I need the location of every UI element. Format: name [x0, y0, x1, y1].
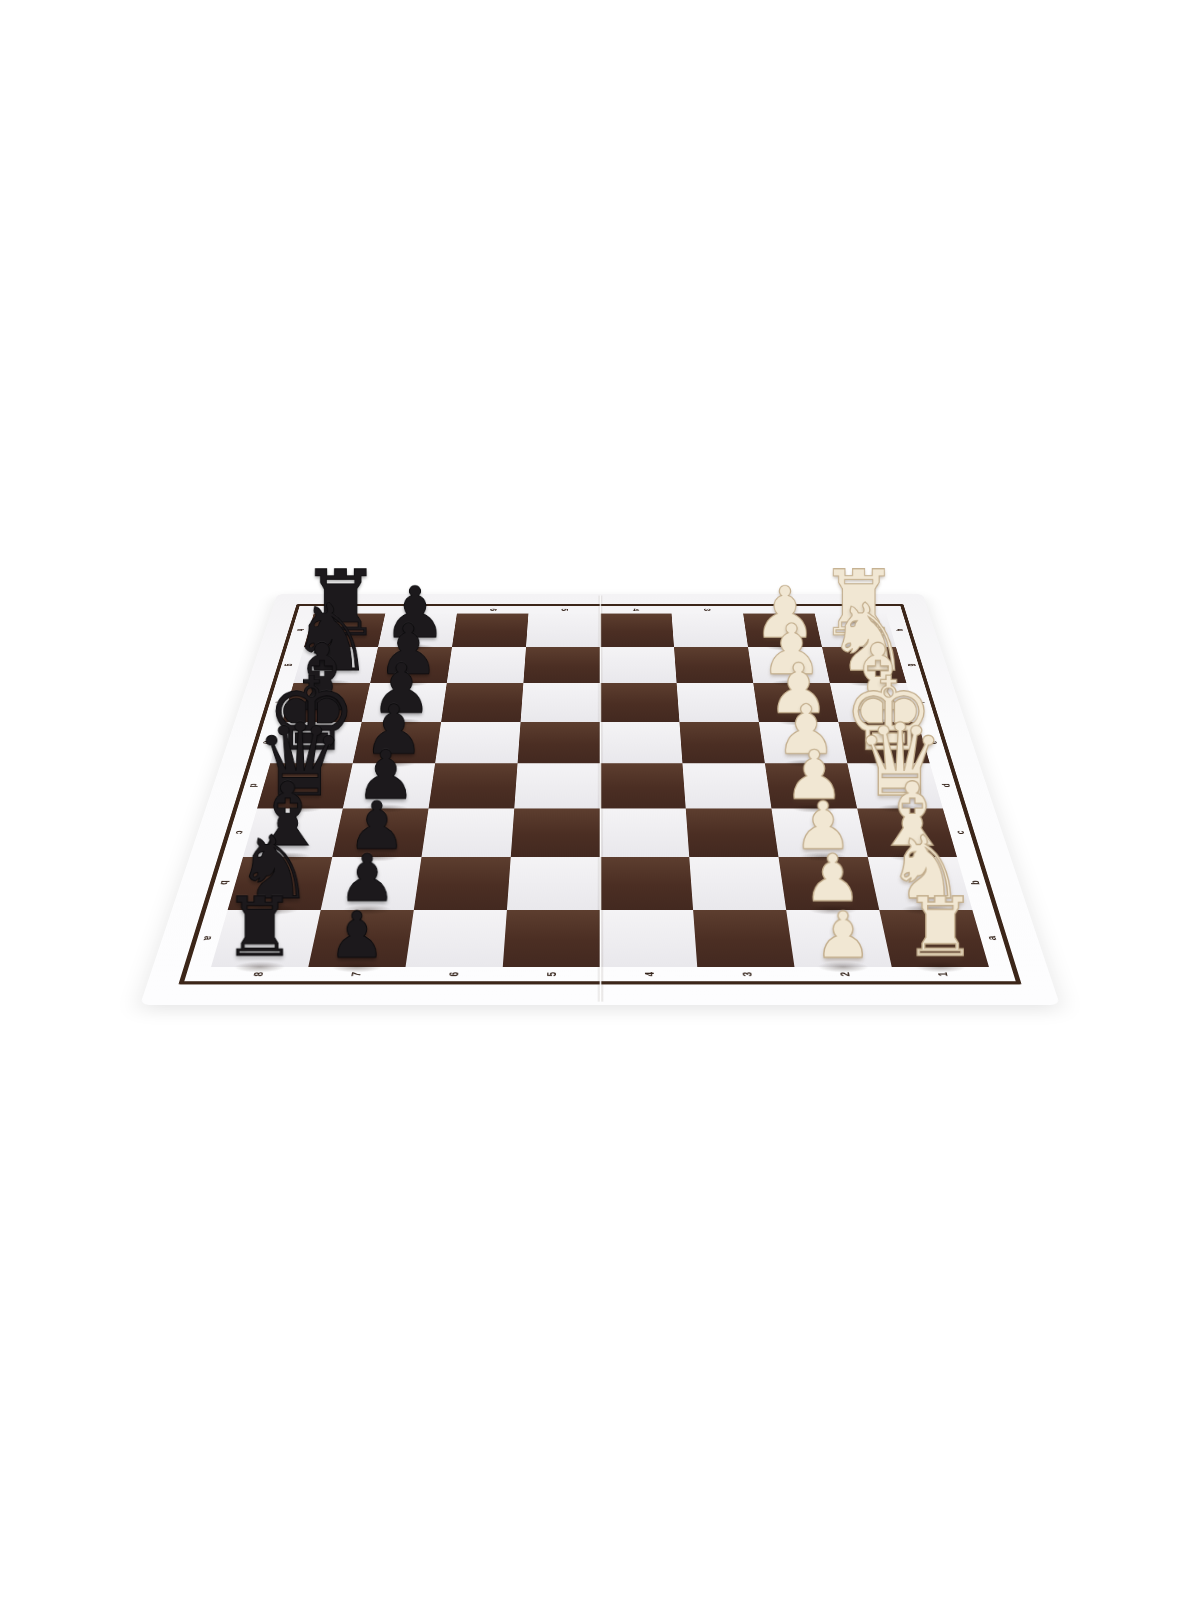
square-a3 [693, 910, 794, 967]
square-b4 [600, 857, 693, 910]
square-b6 [414, 857, 511, 910]
square-h6 [452, 614, 528, 648]
square-a5 [503, 910, 600, 967]
board-grid [211, 614, 989, 967]
square-e3 [679, 722, 764, 764]
square-h8 [304, 614, 385, 648]
square-c1 [857, 808, 957, 857]
square-h2 [743, 614, 822, 648]
square-h7 [378, 614, 457, 648]
square-a7 [308, 910, 414, 967]
square-b1 [868, 857, 973, 910]
square-g8 [294, 647, 378, 683]
square-b8 [228, 857, 333, 910]
product-photo: 87654321 87654321 hgfedcba hgfedcba ♜♞♝♛… [0, 0, 1200, 1600]
square-g5 [523, 647, 600, 683]
square-d5 [514, 763, 600, 808]
square-d2 [765, 763, 857, 808]
square-a1 [879, 910, 989, 967]
square-e4 [600, 722, 682, 764]
square-d1 [847, 763, 942, 808]
square-b5 [507, 857, 600, 910]
square-a2 [786, 910, 892, 967]
square-e8 [270, 722, 362, 764]
board-mat: 87654321 87654321 hgfedcba hgfedcba ♜♞♝♛… [140, 594, 1060, 1005]
square-e5 [518, 722, 600, 764]
square-c5 [511, 808, 600, 857]
square-a4 [600, 910, 697, 967]
square-c6 [422, 808, 515, 857]
square-f6 [441, 683, 523, 722]
coord-band-bottom: 87654321 [207, 967, 993, 981]
square-d6 [429, 763, 518, 808]
square-h5 [526, 614, 600, 648]
square-d4 [600, 763, 686, 808]
square-d7 [343, 763, 435, 808]
square-g7 [370, 647, 452, 683]
board-frame: 87654321 87654321 hgfedcba hgfedcba [178, 604, 1021, 984]
square-c3 [686, 808, 779, 857]
square-f8 [282, 683, 370, 722]
square-e6 [435, 722, 520, 764]
square-g3 [674, 647, 753, 683]
coord-band-top: 87654321 [314, 606, 887, 614]
square-c2 [771, 808, 867, 857]
square-c4 [600, 808, 689, 857]
square-g6 [447, 647, 526, 683]
square-c8 [243, 808, 343, 857]
square-b2 [778, 857, 879, 910]
board-scene: 87654321 87654321 hgfedcba hgfedcba ♜♞♝♛… [140, 105, 1060, 1005]
square-f7 [362, 683, 447, 722]
square-h1 [815, 614, 896, 648]
square-b7 [321, 857, 422, 910]
square-g1 [822, 647, 906, 683]
square-b3 [689, 857, 786, 910]
square-a8 [211, 910, 321, 967]
square-e1 [838, 722, 930, 764]
square-e7 [353, 722, 441, 764]
square-g2 [748, 647, 830, 683]
square-f1 [830, 683, 918, 722]
square-f2 [753, 683, 838, 722]
square-f3 [677, 683, 759, 722]
square-a6 [406, 910, 507, 967]
square-g4 [600, 647, 677, 683]
square-h3 [672, 614, 748, 648]
square-d3 [682, 763, 771, 808]
square-h4 [600, 614, 674, 648]
square-c7 [332, 808, 428, 857]
square-e2 [759, 722, 847, 764]
square-f4 [600, 683, 679, 722]
square-f5 [521, 683, 600, 722]
square-d8 [257, 763, 352, 808]
